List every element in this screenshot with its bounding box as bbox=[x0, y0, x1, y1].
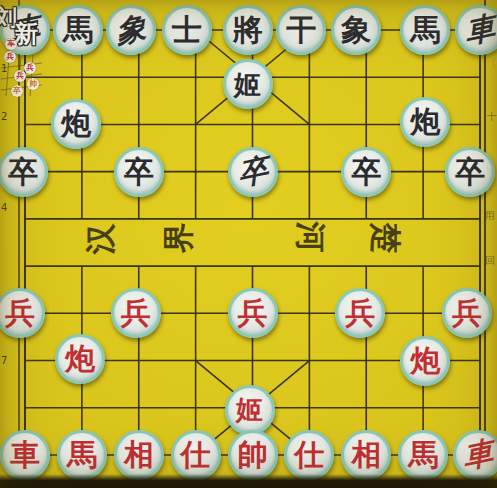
piece-glyph: 炮 bbox=[61, 109, 91, 139]
piece-black-elephant[interactable]: 象 bbox=[331, 5, 381, 55]
piece-glyph: 卒 bbox=[124, 157, 154, 187]
piece-glyph: 馬 bbox=[408, 440, 438, 470]
piece-red-soldier[interactable]: 兵 bbox=[442, 288, 492, 338]
piece-glyph: 炮 bbox=[65, 344, 95, 374]
piece-black-general[interactable]: 將 bbox=[223, 5, 273, 55]
piece-red-advisor[interactable]: 仕 bbox=[171, 430, 221, 480]
piece-black-soldier[interactable]: 卒 bbox=[228, 147, 278, 197]
piece-glyph: 象 bbox=[341, 15, 371, 45]
edge-digit: 7 bbox=[1, 356, 7, 366]
piece-glyph: 兵 bbox=[238, 298, 268, 328]
piece-glyph: 車 bbox=[9, 12, 41, 48]
xiangqi-scene: 汉 界 河 楚 車馬象士將干象馬車姬炮炮卒卒卒卒卒兵兵兵兵兵炮炮姬車馬相仕帥仕相… bbox=[0, 0, 497, 488]
margin-glyph: 回 bbox=[485, 256, 495, 266]
piece-black-chariot[interactable]: 車 bbox=[0, 5, 50, 55]
piece-glyph: 卒 bbox=[351, 157, 381, 187]
piece-red-advisor[interactable]: 仕 bbox=[284, 430, 334, 480]
piece-glyph: 車 bbox=[10, 440, 40, 470]
edge-digit: 2 bbox=[1, 112, 7, 122]
piece-black-horse[interactable]: 馬 bbox=[400, 5, 450, 55]
piece-glyph: 卒 bbox=[236, 154, 268, 190]
river-label-chu: 楚 bbox=[370, 223, 401, 254]
piece-glyph: 卒 bbox=[8, 157, 38, 187]
piece-glyph: 車 bbox=[464, 12, 496, 48]
edge-digit: 1 bbox=[1, 64, 7, 74]
piece-black-soldier[interactable]: 卒 bbox=[341, 147, 391, 197]
piece-glyph: 士 bbox=[172, 15, 202, 45]
piece-red-horse[interactable]: 馬 bbox=[57, 430, 107, 480]
piece-red-soldier[interactable]: 兵 bbox=[228, 288, 278, 338]
piece-glyph: 仕 bbox=[181, 440, 211, 470]
piece-glyph: 卒 bbox=[455, 157, 485, 187]
piece-glyph: 仕 bbox=[294, 440, 324, 470]
piece-red-queen[interactable]: 姬 bbox=[225, 385, 275, 435]
piece-glyph: 炮 bbox=[410, 346, 440, 376]
piece-glyph: 車 bbox=[462, 437, 494, 473]
piece-black-cannon[interactable]: 炮 bbox=[51, 99, 101, 149]
piece-glyph: 將 bbox=[233, 15, 263, 45]
river-label-han: 汉 bbox=[85, 224, 116, 255]
piece-red-chariot[interactable]: 車 bbox=[453, 430, 497, 480]
margin-glyph: 十 bbox=[487, 112, 497, 122]
piece-red-cannon[interactable]: 炮 bbox=[55, 334, 105, 384]
piece-black-horse[interactable]: 馬 bbox=[53, 5, 103, 55]
piece-red-elephant[interactable]: 相 bbox=[341, 430, 391, 480]
piece-glyph: 相 bbox=[124, 440, 154, 470]
piece-black-advisor[interactable]: 士 bbox=[162, 5, 212, 55]
piece-black-soldier[interactable]: 卒 bbox=[0, 147, 48, 197]
piece-glyph: 相 bbox=[351, 440, 381, 470]
piece-red-cannon[interactable]: 炮 bbox=[400, 336, 450, 386]
piece-red-horse[interactable]: 馬 bbox=[398, 430, 448, 480]
piece-glyph: 兵 bbox=[452, 298, 482, 328]
margin-glyph: 用 bbox=[485, 211, 495, 221]
piece-glyph: 姬 bbox=[234, 71, 261, 98]
piece-red-elephant[interactable]: 相 bbox=[114, 430, 164, 480]
piece-glyph: 兵 bbox=[121, 298, 151, 328]
piece-glyph: 干 bbox=[286, 15, 316, 45]
piece-glyph: 帥 bbox=[238, 440, 268, 470]
edge-digit: 4 bbox=[1, 203, 7, 213]
piece-red-chariot[interactable]: 車 bbox=[0, 430, 50, 480]
piece-red-general[interactable]: 帥 bbox=[228, 430, 278, 480]
photo-bottom-edge bbox=[0, 474, 497, 488]
piece-glyph: 馬 bbox=[67, 440, 97, 470]
piece-glyph: 兵 bbox=[345, 298, 375, 328]
margin-glyph: 〈 bbox=[486, 58, 496, 68]
piece-red-soldier[interactable]: 兵 bbox=[111, 288, 161, 338]
piece-glyph: 兵 bbox=[5, 298, 35, 328]
piece-black-chariot[interactable]: 車 bbox=[455, 5, 497, 55]
piece-glyph: 象 bbox=[115, 12, 147, 48]
river-label-jie: 界 bbox=[163, 223, 194, 254]
piece-black-elephant[interactable]: 象 bbox=[106, 5, 156, 55]
piece-black-queen[interactable]: 姬 bbox=[223, 59, 273, 109]
river-label-he: 河 bbox=[295, 222, 326, 253]
piece-glyph: 姬 bbox=[236, 396, 263, 423]
piece-glyph: 炮 bbox=[410, 107, 440, 137]
piece-black-soldier[interactable]: 卒 bbox=[114, 147, 164, 197]
piece-black-soldier[interactable]: 卒 bbox=[445, 147, 495, 197]
piece-glyph: 馬 bbox=[410, 15, 440, 45]
piece-glyph: 馬 bbox=[63, 15, 93, 45]
